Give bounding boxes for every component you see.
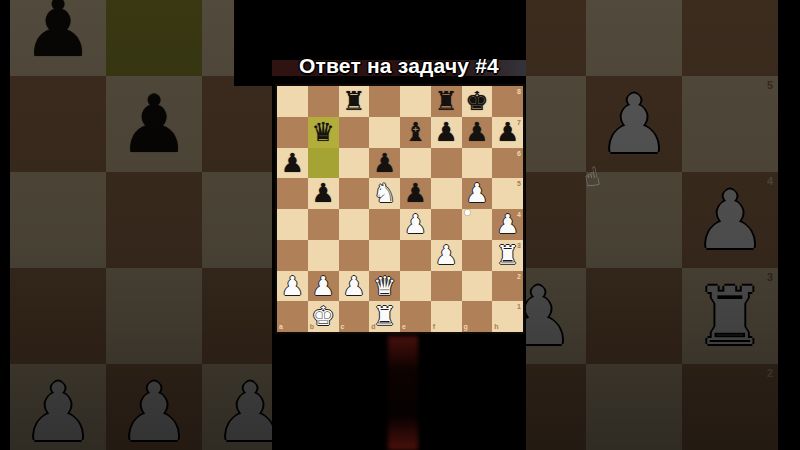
square-g3[interactable]: [462, 240, 493, 271]
square-b1[interactable]: ♚b: [308, 301, 339, 332]
bg-square-a5: [10, 76, 106, 172]
bg-square-b3: [106, 268, 202, 364]
bg-coord-rank-5: 5: [767, 80, 773, 91]
square-c7[interactable]: [339, 117, 370, 148]
square-d1[interactable]: ♜d: [369, 301, 400, 332]
piece-black-pawn-g7[interactable]: ♟: [462, 117, 493, 148]
square-d5[interactable]: ♞: [369, 178, 400, 209]
bg-piece-white-pawn-a2: ♟: [10, 364, 106, 450]
square-a1[interactable]: a: [277, 301, 308, 332]
square-d6[interactable]: ♟: [369, 148, 400, 179]
bg-square-g3: [586, 268, 682, 364]
square-a5[interactable]: [277, 178, 308, 209]
square-c6[interactable]: [339, 148, 370, 179]
square-c3[interactable]: [339, 240, 370, 271]
bg-square-b2: ♟: [106, 364, 202, 450]
bg-square-g5: ♟: [586, 76, 682, 172]
square-h3[interactable]: ♜3: [492, 240, 523, 271]
bg-piece-black-pawn-a6: ♟: [10, 0, 106, 76]
bg-square-h6: 6: [682, 0, 778, 76]
piece-black-bishop-e7[interactable]: ♝: [400, 117, 431, 148]
square-b4[interactable]: [308, 209, 339, 240]
square-h7[interactable]: ♟7: [492, 117, 523, 148]
square-b8[interactable]: [308, 86, 339, 117]
square-f4[interactable]: [431, 209, 462, 240]
square-d8[interactable]: [369, 86, 400, 117]
square-f7[interactable]: ♟: [431, 117, 462, 148]
square-h1[interactable]: 1h: [492, 301, 523, 332]
square-c2[interactable]: ♟: [339, 271, 370, 302]
bg-square-h2: 2: [682, 364, 778, 450]
square-b7[interactable]: ♛: [308, 117, 339, 148]
bg-coord-rank-4: 4: [767, 176, 773, 187]
chess-board-frame: ♜♜♚8♛♝♟♟♟7♟♟6♟♞♟♟5♟♟4♟♜3♟♟♟♛2a♚bc♜defg1h: [275, 84, 525, 334]
coord-rank-6: 6: [517, 150, 521, 157]
bg-piece-black-pawn-b5: ♟: [106, 76, 202, 172]
piece-black-pawn-a6[interactable]: ♟: [277, 148, 308, 179]
square-c4[interactable]: [339, 209, 370, 240]
piece-white-pawn-f3[interactable]: ♟: [431, 240, 462, 271]
square-d4[interactable]: [369, 209, 400, 240]
square-f2[interactable]: [431, 271, 462, 302]
square-e7[interactable]: ♝: [400, 117, 431, 148]
bg-piece-white-pawn-g5: ♟: [586, 76, 682, 172]
square-e5[interactable]: ♟: [400, 178, 431, 209]
bg-square-g2: [586, 364, 682, 450]
square-h8[interactable]: 8: [492, 86, 523, 117]
square-b3[interactable]: [308, 240, 339, 271]
square-d2[interactable]: ♛: [369, 271, 400, 302]
coord-file-f: f: [433, 323, 435, 330]
square-g1[interactable]: g: [462, 301, 493, 332]
square-h4[interactable]: ♟4: [492, 209, 523, 240]
video-title: Ответ на задачу #4: [272, 54, 526, 78]
piece-white-pawn-e4[interactable]: ♟: [400, 209, 431, 240]
square-f5[interactable]: [431, 178, 462, 209]
square-f3[interactable]: ♟: [431, 240, 462, 271]
piece-black-pawn-d6[interactable]: ♟: [369, 148, 400, 179]
square-h5[interactable]: 5: [492, 178, 523, 209]
bg-square-a6: ♟: [10, 0, 106, 76]
square-g5[interactable]: ♟: [462, 178, 493, 209]
square-a7[interactable]: [277, 117, 308, 148]
square-f1[interactable]: f: [431, 301, 462, 332]
coord-file-b: b: [310, 323, 314, 330]
square-e1[interactable]: e: [400, 301, 431, 332]
coord-file-h: h: [494, 323, 498, 330]
bg-square-a4: [10, 172, 106, 268]
square-c1[interactable]: c: [339, 301, 370, 332]
square-a6[interactable]: ♟: [277, 148, 308, 179]
square-e6[interactable]: [400, 148, 431, 179]
square-b6[interactable]: [308, 148, 339, 179]
square-e4[interactable]: ♟: [400, 209, 431, 240]
coord-file-e: e: [402, 323, 406, 330]
coord-rank-1: 1: [517, 303, 521, 310]
bg-coord-rank-3: 3: [767, 272, 773, 283]
square-c8[interactable]: ♜: [339, 86, 370, 117]
square-f6[interactable]: [431, 148, 462, 179]
square-c5[interactable]: [339, 178, 370, 209]
square-d7[interactable]: [369, 117, 400, 148]
bg-square-h3: ♜3: [682, 268, 778, 364]
piece-black-queen-b7[interactable]: ♛: [308, 117, 339, 148]
square-e8[interactable]: [400, 86, 431, 117]
coord-rank-7: 7: [517, 119, 521, 126]
square-b2[interactable]: ♟: [308, 271, 339, 302]
square-f8[interactable]: ♜: [431, 86, 462, 117]
coord-rank-5: 5: [517, 180, 521, 187]
square-g2[interactable]: [462, 271, 493, 302]
piece-white-pawn-a2[interactable]: ♟: [277, 271, 308, 302]
piece-black-rook-c8[interactable]: ♜: [339, 86, 370, 117]
piece-white-pawn-g5[interactable]: ♟: [462, 178, 493, 209]
square-d3[interactable]: [369, 240, 400, 271]
bg-square-g6: [586, 0, 682, 76]
piece-black-pawn-e5[interactable]: ♟: [400, 178, 431, 209]
square-h6[interactable]: 6: [492, 148, 523, 179]
coord-file-c: c: [341, 323, 345, 330]
piece-black-pawn-b5[interactable]: ♟: [308, 178, 339, 209]
square-e3[interactable]: [400, 240, 431, 271]
piece-white-pawn-c2[interactable]: ♟: [339, 271, 370, 302]
bg-piece-white-pawn-b2: ♟: [106, 364, 202, 450]
piece-white-queen-d2[interactable]: ♛: [369, 271, 400, 302]
coord-rank-2: 2: [517, 273, 521, 280]
bg-square-h4: ♟4: [682, 172, 778, 268]
square-g7[interactable]: ♟: [462, 117, 493, 148]
square-g6[interactable]: [462, 148, 493, 179]
bottom-red-glow: [388, 336, 418, 450]
bg-coord-rank-2: 2: [767, 368, 773, 379]
bg-square-h5: 5: [682, 76, 778, 172]
square-h2[interactable]: 2: [492, 271, 523, 302]
square-b5[interactable]: ♟: [308, 178, 339, 209]
bg-square-b5: ♟: [106, 76, 202, 172]
square-e2[interactable]: [400, 271, 431, 302]
bg-piece-white-pawn-h4: ♟: [682, 172, 778, 268]
piece-white-knight-d5[interactable]: ♞: [369, 178, 400, 209]
video-strip: Ответ на задачу #4 ♜♜♚8♛♝♟♟♟7♟♟6♟♞♟♟5♟♟4…: [272, 0, 526, 450]
bg-square-b6: [106, 0, 202, 76]
background-dark-patch: [234, 0, 272, 86]
piece-white-pawn-b2[interactable]: ♟: [308, 271, 339, 302]
mouse-cursor-dot: [465, 210, 470, 215]
coord-file-a: a: [279, 323, 283, 330]
bg-square-b4: [106, 172, 202, 268]
coord-rank-4: 4: [517, 211, 521, 218]
square-a4[interactable]: [277, 209, 308, 240]
square-a8[interactable]: [277, 86, 308, 117]
coord-file-d: d: [371, 323, 375, 330]
piece-black-king-g8[interactable]: ♚: [462, 86, 493, 117]
bg-piece-white-rook-h3: ♜: [682, 268, 778, 364]
chess-board[interactable]: ♜♜♚8♛♝♟♟♟7♟♟6♟♞♟♟5♟♟4♟♜3♟♟♟♛2a♚bc♜defg1h: [277, 86, 523, 332]
square-g8[interactable]: ♚: [462, 86, 493, 117]
coord-rank-8: 8: [517, 88, 521, 95]
bg-square-a2: ♟: [10, 364, 106, 450]
piece-black-pawn-f7[interactable]: ♟: [431, 117, 462, 148]
square-a3[interactable]: [277, 240, 308, 271]
coord-rank-3: 3: [517, 242, 521, 249]
square-a2[interactable]: ♟: [277, 271, 308, 302]
bg-square-a3: [10, 268, 106, 364]
piece-black-rook-f8[interactable]: ♜: [431, 86, 462, 117]
coord-file-g: g: [464, 323, 468, 330]
